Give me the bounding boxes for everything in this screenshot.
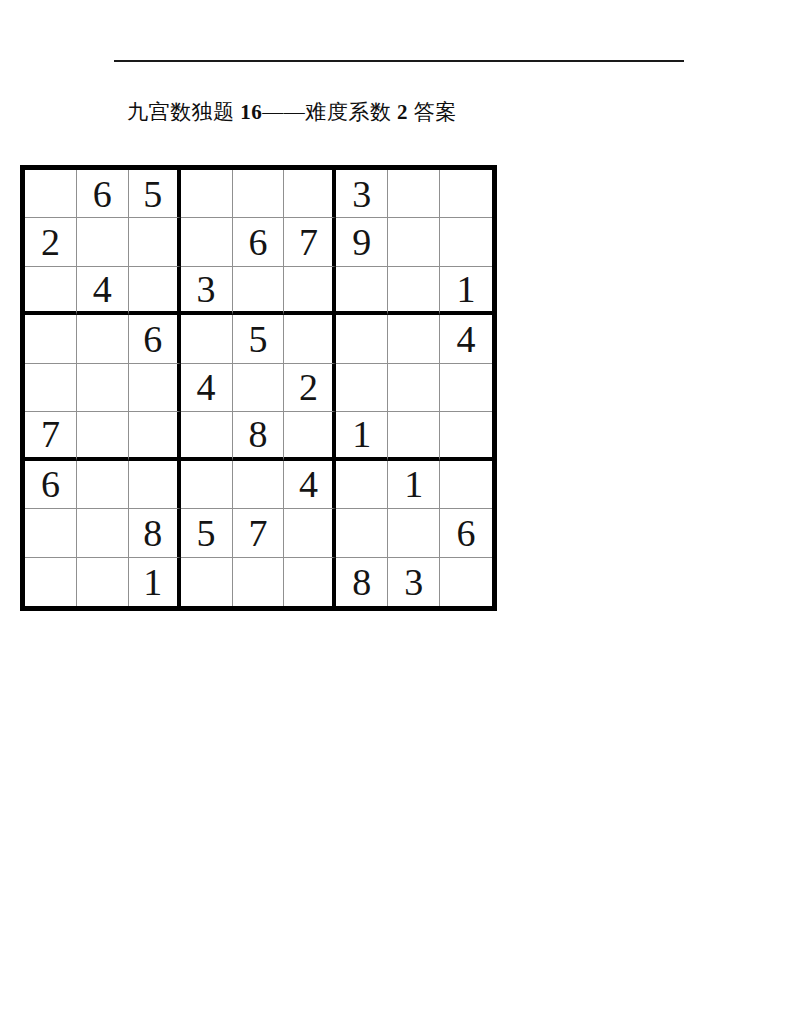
sudoku-cell-r9c8[interactable]: 3 <box>388 558 440 606</box>
title-difficulty-number: 2 <box>397 100 408 124</box>
sudoku-cell-r8c5[interactable]: 7 <box>233 509 285 557</box>
title-puzzle-number: 16 <box>240 100 262 124</box>
sudoku-cell-r2c6[interactable]: 7 <box>284 218 336 266</box>
sudoku-cell-r2c5[interactable]: 6 <box>233 218 285 266</box>
sudoku-cell-r2c7[interactable]: 9 <box>336 218 388 266</box>
sudoku-cell-r1c3[interactable]: 5 <box>129 170 181 218</box>
sudoku-cell-r5c4[interactable]: 4 <box>181 364 233 412</box>
sudoku-cell-r4c3[interactable]: 6 <box>129 315 181 363</box>
title-text-suffix: 答案 <box>408 100 457 124</box>
sudoku-cell-r5c5[interactable] <box>233 364 285 412</box>
sudoku-cell-r8c1[interactable] <box>25 509 77 557</box>
sudoku-cell-r9c2[interactable] <box>77 558 129 606</box>
sudoku-cell-r3c5[interactable] <box>233 267 285 315</box>
sudoku-cell-r4c5[interactable]: 5 <box>233 315 285 363</box>
sudoku-cell-r9c5[interactable] <box>233 558 285 606</box>
sudoku-cell-r8c6[interactable] <box>284 509 336 557</box>
sudoku-cell-r2c4[interactable] <box>181 218 233 266</box>
page-title: 九宫数独题 16——难度系数 2 答案 <box>127 98 457 126</box>
sudoku-cell-r5c2[interactable] <box>77 364 129 412</box>
sudoku-cell-r7c8[interactable]: 1 <box>388 461 440 509</box>
sudoku-cell-r7c4[interactable] <box>181 461 233 509</box>
sudoku-cell-r2c3[interactable] <box>129 218 181 266</box>
sudoku-cell-r2c2[interactable] <box>77 218 129 266</box>
sudoku-cell-r6c2[interactable] <box>77 412 129 460</box>
sudoku-board: 6532679431654427816418576183 <box>20 165 497 611</box>
sudoku-cell-r7c3[interactable] <box>129 461 181 509</box>
sudoku-cell-r3c6[interactable] <box>284 267 336 315</box>
sudoku-cell-r3c9[interactable]: 1 <box>440 267 492 315</box>
sudoku-cell-r1c6[interactable] <box>284 170 336 218</box>
title-text-middle: ——难度系数 <box>262 100 397 124</box>
sudoku-cell-r5c7[interactable] <box>336 364 388 412</box>
sudoku-cell-r9c4[interactable] <box>181 558 233 606</box>
sudoku-cell-r3c3[interactable] <box>129 267 181 315</box>
sudoku-cell-r1c8[interactable] <box>388 170 440 218</box>
sudoku-cell-r5c3[interactable] <box>129 364 181 412</box>
sudoku-cell-r6c6[interactable] <box>284 412 336 460</box>
sudoku-cell-r9c1[interactable] <box>25 558 77 606</box>
sudoku-cell-r7c7[interactable] <box>336 461 388 509</box>
header-rule <box>114 60 684 62</box>
sudoku-cell-r4c9[interactable]: 4 <box>440 315 492 363</box>
sudoku-cell-r6c1[interactable]: 7 <box>25 412 77 460</box>
sudoku-cell-r9c6[interactable] <box>284 558 336 606</box>
sudoku-cell-r2c1[interactable]: 2 <box>25 218 77 266</box>
sudoku-cell-r7c5[interactable] <box>233 461 285 509</box>
sudoku-cell-r7c2[interactable] <box>77 461 129 509</box>
sudoku-cell-r8c9[interactable]: 6 <box>440 509 492 557</box>
sudoku-cell-r6c5[interactable]: 8 <box>233 412 285 460</box>
sudoku-cell-r5c6[interactable]: 2 <box>284 364 336 412</box>
document-page: 九宫数独题 16——难度系数 2 答案 65326794316544278164… <box>0 0 800 1036</box>
sudoku-cell-r1c5[interactable] <box>233 170 285 218</box>
title-text-prefix: 九宫数独题 <box>127 100 240 124</box>
sudoku-cell-r6c9[interactable] <box>440 412 492 460</box>
sudoku-cell-r8c8[interactable] <box>388 509 440 557</box>
sudoku-cell-r4c7[interactable] <box>336 315 388 363</box>
sudoku-cell-r8c3[interactable]: 8 <box>129 509 181 557</box>
sudoku-cell-r1c2[interactable]: 6 <box>77 170 129 218</box>
sudoku-cell-r2c9[interactable] <box>440 218 492 266</box>
sudoku-cell-r6c4[interactable] <box>181 412 233 460</box>
sudoku-cell-r4c4[interactable] <box>181 315 233 363</box>
sudoku-cell-r5c9[interactable] <box>440 364 492 412</box>
sudoku-cell-r3c2[interactable]: 4 <box>77 267 129 315</box>
sudoku-cell-r9c3[interactable]: 1 <box>129 558 181 606</box>
sudoku-cell-r9c7[interactable]: 8 <box>336 558 388 606</box>
sudoku-cell-r4c6[interactable] <box>284 315 336 363</box>
sudoku-cell-r1c1[interactable] <box>25 170 77 218</box>
sudoku-cell-r5c1[interactable] <box>25 364 77 412</box>
sudoku-cell-r8c4[interactable]: 5 <box>181 509 233 557</box>
sudoku-cell-r1c7[interactable]: 3 <box>336 170 388 218</box>
sudoku-cell-r4c8[interactable] <box>388 315 440 363</box>
sudoku-cell-r8c2[interactable] <box>77 509 129 557</box>
sudoku-cell-r3c4[interactable]: 3 <box>181 267 233 315</box>
sudoku-cell-r3c1[interactable] <box>25 267 77 315</box>
sudoku-cell-r7c1[interactable]: 6 <box>25 461 77 509</box>
sudoku-cell-r4c1[interactable] <box>25 315 77 363</box>
sudoku-cell-r6c8[interactable] <box>388 412 440 460</box>
sudoku-cell-r3c7[interactable] <box>336 267 388 315</box>
sudoku-cell-r1c4[interactable] <box>181 170 233 218</box>
sudoku-cell-r4c2[interactable] <box>77 315 129 363</box>
sudoku-cell-r1c9[interactable] <box>440 170 492 218</box>
sudoku-cell-r3c8[interactable] <box>388 267 440 315</box>
sudoku-cell-r8c7[interactable] <box>336 509 388 557</box>
sudoku-cell-r2c8[interactable] <box>388 218 440 266</box>
sudoku-cell-r6c7[interactable]: 1 <box>336 412 388 460</box>
sudoku-cell-r5c8[interactable] <box>388 364 440 412</box>
sudoku-cell-r7c6[interactable]: 4 <box>284 461 336 509</box>
sudoku-cell-r9c9[interactable] <box>440 558 492 606</box>
sudoku-cell-r6c3[interactable] <box>129 412 181 460</box>
sudoku-cell-r7c9[interactable] <box>440 461 492 509</box>
